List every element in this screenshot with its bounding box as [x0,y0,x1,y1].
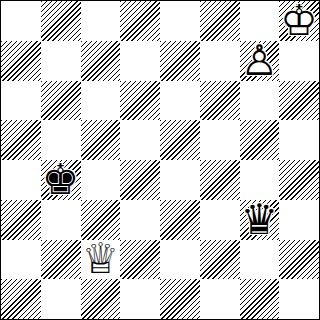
square-g4[interactable] [240,160,280,200]
square-h3[interactable] [279,200,319,240]
square-h8[interactable]: ♚♔ [279,1,319,41]
square-f6[interactable] [200,81,240,121]
square-f3[interactable] [200,200,240,240]
square-a1[interactable] [1,279,41,319]
square-a2[interactable] [1,240,41,280]
square-h4[interactable] [279,160,319,200]
square-f7[interactable] [200,41,240,81]
white-king-icon: ♔ [279,1,319,41]
square-d6[interactable] [120,81,160,121]
square-c1[interactable] [81,279,121,319]
square-d3[interactable] [120,200,160,240]
square-b6[interactable] [41,81,81,121]
square-d7[interactable] [120,41,160,81]
square-c7[interactable] [81,41,121,81]
square-h5[interactable] [279,120,319,160]
square-d4[interactable] [120,160,160,200]
square-e4[interactable] [160,160,200,200]
white-pawn-icon: ♙ [240,41,280,81]
square-a7[interactable] [1,41,41,81]
square-e5[interactable] [160,120,200,160]
black-king-icon: ♚ [41,160,81,200]
square-g6[interactable] [240,81,280,121]
square-c8[interactable] [81,1,121,41]
square-f8[interactable] [200,1,240,41]
square-f1[interactable] [200,279,240,319]
square-h1[interactable] [279,279,319,319]
square-d1[interactable] [120,279,160,319]
square-b7[interactable] [41,41,81,81]
square-b4[interactable]: ♚♚ [41,160,81,200]
piece-black-queen[interactable]: ♛♛ [240,200,280,240]
black-queen-icon: ♛ [240,200,280,240]
piece-white-pawn[interactable]: ♟♙ [240,41,280,81]
square-d2[interactable] [120,240,160,280]
square-h2[interactable] [279,240,319,280]
square-e3[interactable] [160,200,200,240]
square-b3[interactable] [41,200,81,240]
square-g5[interactable] [240,120,280,160]
square-f4[interactable] [200,160,240,200]
square-b1[interactable] [41,279,81,319]
square-g3[interactable]: ♛♛ [240,200,280,240]
square-g7[interactable]: ♟♙ [240,41,280,81]
piece-black-king[interactable]: ♚♚ [41,160,81,200]
piece-white-king[interactable]: ♚♔ [279,1,319,41]
square-e1[interactable] [160,279,200,319]
square-c2[interactable]: ♛♕ [81,240,121,280]
square-g2[interactable] [240,240,280,280]
square-d8[interactable] [120,1,160,41]
square-a8[interactable] [1,1,41,41]
square-a3[interactable] [1,200,41,240]
square-a4[interactable] [1,160,41,200]
square-c4[interactable] [81,160,121,200]
square-b8[interactable] [41,1,81,41]
square-h7[interactable] [279,41,319,81]
square-e2[interactable] [160,240,200,280]
square-g8[interactable] [240,1,280,41]
square-g1[interactable] [240,279,280,319]
square-h6[interactable] [279,81,319,121]
white-queen-icon: ♕ [81,240,121,280]
square-a6[interactable] [1,81,41,121]
square-e8[interactable] [160,1,200,41]
square-c5[interactable] [81,120,121,160]
chess-board: ♚♔♟♙♚♚♛♛♛♕ [0,0,320,320]
square-f5[interactable] [200,120,240,160]
square-e6[interactable] [160,81,200,121]
piece-white-queen[interactable]: ♛♕ [81,240,121,280]
square-e7[interactable] [160,41,200,81]
square-c6[interactable] [81,81,121,121]
square-a5[interactable] [1,120,41,160]
square-b2[interactable] [41,240,81,280]
square-d5[interactable] [120,120,160,160]
square-f2[interactable] [200,240,240,280]
